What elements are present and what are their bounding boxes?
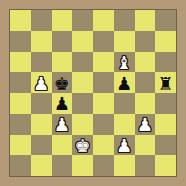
- white-bishop: ♝: [116, 53, 132, 71]
- square-e5[interactable]: [93, 72, 114, 93]
- square-b8[interactable]: [31, 10, 52, 31]
- black-pawn: ♟: [116, 74, 132, 92]
- square-f1[interactable]: [114, 155, 135, 176]
- square-f5[interactable]: ♟: [114, 72, 135, 93]
- square-b5[interactable]: ♟: [31, 72, 52, 93]
- square-c5[interactable]: ♚: [52, 72, 73, 93]
- square-d6[interactable]: [72, 52, 93, 73]
- square-e8[interactable]: [93, 10, 114, 31]
- square-c8[interactable]: [52, 10, 73, 31]
- square-d2[interactable]: ♚: [72, 135, 93, 156]
- white-pawn: ♟: [137, 116, 153, 134]
- square-c3[interactable]: ♟: [52, 114, 73, 135]
- square-h3[interactable]: [155, 114, 176, 135]
- square-g8[interactable]: [135, 10, 156, 31]
- black-king: ♚: [54, 74, 70, 92]
- square-d8[interactable]: [72, 10, 93, 31]
- square-g4[interactable]: [135, 93, 156, 114]
- square-g1[interactable]: [135, 155, 156, 176]
- white-pawn: ♟: [116, 136, 132, 154]
- square-c2[interactable]: [52, 135, 73, 156]
- square-d1[interactable]: [72, 155, 93, 176]
- white-king: ♚: [75, 136, 91, 154]
- square-g6[interactable]: [135, 52, 156, 73]
- square-e3[interactable]: [93, 114, 114, 135]
- square-d7[interactable]: [72, 31, 93, 52]
- square-b6[interactable]: [31, 52, 52, 73]
- square-h8[interactable]: [155, 10, 176, 31]
- square-h5[interactable]: ♜: [155, 72, 176, 93]
- square-g2[interactable]: [135, 135, 156, 156]
- square-f8[interactable]: [114, 10, 135, 31]
- square-d4[interactable]: [72, 93, 93, 114]
- board-frame: ♝♟♚♟♜♟♟♟♚♟: [0, 0, 186, 186]
- square-f7[interactable]: [114, 31, 135, 52]
- square-e7[interactable]: [93, 31, 114, 52]
- square-h6[interactable]: [155, 52, 176, 73]
- square-a6[interactable]: [10, 52, 31, 73]
- square-f6[interactable]: ♝: [114, 52, 135, 73]
- square-h2[interactable]: [155, 135, 176, 156]
- square-a8[interactable]: [10, 10, 31, 31]
- chess-board: ♝♟♚♟♜♟♟♟♚♟: [9, 9, 177, 177]
- square-e2[interactable]: [93, 135, 114, 156]
- square-d3[interactable]: [72, 114, 93, 135]
- square-a2[interactable]: [10, 135, 31, 156]
- square-c7[interactable]: [52, 31, 73, 52]
- square-a5[interactable]: [10, 72, 31, 93]
- square-h4[interactable]: [155, 93, 176, 114]
- square-g5[interactable]: [135, 72, 156, 93]
- square-f3[interactable]: [114, 114, 135, 135]
- square-h7[interactable]: [155, 31, 176, 52]
- square-b2[interactable]: [31, 135, 52, 156]
- square-h1[interactable]: [155, 155, 176, 176]
- black-pawn: ♟: [54, 95, 70, 113]
- square-e4[interactable]: [93, 93, 114, 114]
- square-a7[interactable]: [10, 31, 31, 52]
- square-e6[interactable]: [93, 52, 114, 73]
- square-a4[interactable]: [10, 93, 31, 114]
- square-b7[interactable]: [31, 31, 52, 52]
- square-d5[interactable]: [72, 72, 93, 93]
- square-a3[interactable]: [10, 114, 31, 135]
- square-b3[interactable]: [31, 114, 52, 135]
- square-c1[interactable]: [52, 155, 73, 176]
- black-rook: ♜: [158, 74, 174, 92]
- square-f2[interactable]: ♟: [114, 135, 135, 156]
- square-b4[interactable]: [31, 93, 52, 114]
- square-c6[interactable]: [52, 52, 73, 73]
- square-b1[interactable]: [31, 155, 52, 176]
- square-c4[interactable]: ♟: [52, 93, 73, 114]
- square-a1[interactable]: [10, 155, 31, 176]
- square-g3[interactable]: ♟: [135, 114, 156, 135]
- white-pawn: ♟: [54, 116, 70, 134]
- square-g7[interactable]: [135, 31, 156, 52]
- square-f4[interactable]: [114, 93, 135, 114]
- white-pawn: ♟: [33, 74, 49, 92]
- square-e1[interactable]: [93, 155, 114, 176]
